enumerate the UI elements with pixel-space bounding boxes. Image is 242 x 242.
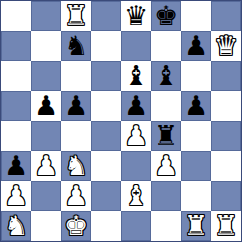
square-e6[interactable]: ♝	[121, 61, 151, 91]
black-knight-c7[interactable]: ♞	[64, 32, 88, 59]
square-d4[interactable]	[91, 121, 121, 151]
white-pawn-a2[interactable]: ♟	[4, 182, 28, 209]
square-c7[interactable]: ♞	[61, 31, 91, 61]
white-pawn-f3[interactable]: ♟	[154, 152, 178, 179]
square-c5[interactable]: ♟	[61, 91, 91, 121]
square-h4[interactable]	[211, 121, 241, 151]
square-c4[interactable]	[61, 121, 91, 151]
square-d7[interactable]	[91, 31, 121, 61]
square-d2[interactable]	[91, 181, 121, 211]
black-pawn-b5[interactable]: ♟	[34, 92, 58, 119]
square-c3[interactable]: ♞	[61, 151, 91, 181]
square-e7[interactable]	[121, 31, 151, 61]
square-g8[interactable]	[181, 1, 211, 31]
square-b5[interactable]: ♟	[31, 91, 61, 121]
white-rook-g1[interactable]: ♜	[184, 212, 208, 239]
black-pawn-g7[interactable]: ♟	[184, 32, 208, 59]
chess-board: ♜♛♚♞♟♛♝♝♟♟♟♟♟♜♟♟♞♟♟♟♝♞♚♜♜	[0, 0, 242, 242]
square-a8[interactable]	[1, 1, 31, 31]
square-f1[interactable]	[151, 211, 181, 241]
square-g2[interactable]	[181, 181, 211, 211]
white-pawn-e4[interactable]: ♟	[124, 122, 148, 149]
square-d3[interactable]	[91, 151, 121, 181]
square-d6[interactable]	[91, 61, 121, 91]
black-king-f8[interactable]: ♚	[154, 2, 178, 29]
square-b6[interactable]	[31, 61, 61, 91]
square-g6[interactable]	[181, 61, 211, 91]
black-bishop-f6[interactable]: ♝	[154, 62, 178, 89]
square-b8[interactable]	[31, 1, 61, 31]
square-b4[interactable]	[31, 121, 61, 151]
black-pawn-e5[interactable]: ♟	[124, 92, 148, 119]
square-e8[interactable]: ♛	[121, 1, 151, 31]
square-d8[interactable]	[91, 1, 121, 31]
square-b1[interactable]	[31, 211, 61, 241]
square-c1[interactable]: ♚	[61, 211, 91, 241]
chess-board-container: ♜♛♚♞♟♛♝♝♟♟♟♟♟♜♟♟♞♟♟♟♝♞♚♜♜	[0, 0, 242, 242]
square-f2[interactable]	[151, 181, 181, 211]
square-g4[interactable]	[181, 121, 211, 151]
square-h3[interactable]	[211, 151, 241, 181]
square-f5[interactable]	[151, 91, 181, 121]
square-f4[interactable]: ♜	[151, 121, 181, 151]
square-a4[interactable]	[1, 121, 31, 151]
square-g3[interactable]	[181, 151, 211, 181]
square-e5[interactable]: ♟	[121, 91, 151, 121]
square-a3[interactable]: ♟	[1, 151, 31, 181]
white-rook-h1[interactable]: ♜	[214, 212, 238, 239]
white-rook-c8[interactable]: ♜	[64, 2, 88, 29]
white-queen-h7[interactable]: ♛	[214, 32, 238, 59]
black-rook-f4[interactable]: ♜	[154, 122, 178, 149]
square-a7[interactable]	[1, 31, 31, 61]
white-pawn-c2[interactable]: ♟	[64, 182, 88, 209]
square-g7[interactable]: ♟	[181, 31, 211, 61]
square-b2[interactable]	[31, 181, 61, 211]
square-a1[interactable]: ♞	[1, 211, 31, 241]
black-pawn-c5[interactable]: ♟	[64, 92, 88, 119]
white-knight-c3[interactable]: ♞	[64, 152, 88, 179]
square-d5[interactable]	[91, 91, 121, 121]
white-bishop-e2[interactable]: ♝	[124, 182, 148, 209]
square-a6[interactable]	[1, 61, 31, 91]
square-c8[interactable]: ♜	[61, 1, 91, 31]
square-a5[interactable]	[1, 91, 31, 121]
square-e2[interactable]: ♝	[121, 181, 151, 211]
white-knight-a1[interactable]: ♞	[4, 212, 28, 239]
square-f3[interactable]: ♟	[151, 151, 181, 181]
square-h8[interactable]	[211, 1, 241, 31]
square-c6[interactable]	[61, 61, 91, 91]
black-bishop-e6[interactable]: ♝	[124, 62, 148, 89]
square-h1[interactable]: ♜	[211, 211, 241, 241]
square-h2[interactable]	[211, 181, 241, 211]
square-e4[interactable]: ♟	[121, 121, 151, 151]
square-e3[interactable]	[121, 151, 151, 181]
square-g1[interactable]: ♜	[181, 211, 211, 241]
square-d1[interactable]	[91, 211, 121, 241]
square-a2[interactable]: ♟	[1, 181, 31, 211]
square-h5[interactable]	[211, 91, 241, 121]
square-b7[interactable]	[31, 31, 61, 61]
square-g5[interactable]: ♟	[181, 91, 211, 121]
black-pawn-a3[interactable]: ♟	[4, 152, 28, 179]
black-pawn-g5[interactable]: ♟	[184, 92, 208, 119]
square-h6[interactable]	[211, 61, 241, 91]
square-b3[interactable]: ♟	[31, 151, 61, 181]
square-f7[interactable]	[151, 31, 181, 61]
white-king-c1[interactable]: ♚	[64, 212, 88, 239]
square-e1[interactable]	[121, 211, 151, 241]
white-pawn-b3[interactable]: ♟	[34, 152, 58, 179]
square-h7[interactable]: ♛	[211, 31, 241, 61]
square-f6[interactable]: ♝	[151, 61, 181, 91]
square-f8[interactable]: ♚	[151, 1, 181, 31]
square-c2[interactable]: ♟	[61, 181, 91, 211]
black-queen-e8[interactable]: ♛	[124, 2, 148, 29]
